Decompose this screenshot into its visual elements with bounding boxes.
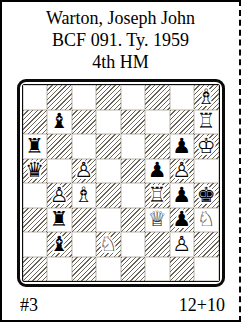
square-d5 — [96, 159, 121, 184]
white-king-h6: ♚♔ — [194, 134, 219, 159]
white-pawn-g2: ♟♙ — [170, 232, 195, 257]
piece-glyph: ♟ — [148, 160, 167, 181]
piece-glyph: ♝ — [50, 234, 69, 255]
square-f7 — [145, 110, 170, 135]
square-b7: ♝♝ — [47, 110, 72, 135]
square-g6: ♟♟ — [170, 134, 195, 159]
piece-glyph: ♘ — [197, 209, 216, 230]
square-h2 — [194, 232, 219, 257]
piece-glyph: ♙ — [50, 185, 69, 206]
white-pawn-c5: ♟♙ — [72, 159, 97, 184]
white-knight-h3: ♞♘ — [194, 208, 219, 233]
black-pawn-g4: ♟♟ — [170, 183, 195, 208]
problem-card: Warton, Joseph John BCF 091. Ty. 1959 4t… — [0, 0, 241, 322]
square-h7: ♜♖ — [194, 110, 219, 135]
square-f4: ♜♖ — [145, 183, 170, 208]
white-bishop-c4: ♝♗ — [72, 183, 97, 208]
square-c4: ♝♗ — [72, 183, 97, 208]
board-inner-border: ♝♗♝♝♜♖♜♜♟♟♚♔♛♛♟♙♟♟♟♙♟♙♝♗♜♖♟♟♚♚♜♜♛♕♟♟♞♘♝♝… — [22, 84, 220, 282]
board-frame: ♝♗♝♝♜♖♜♜♟♟♚♔♛♛♟♙♟♟♟♙♟♙♝♗♜♖♟♟♚♚♜♜♛♕♟♟♞♘♝♝… — [17, 79, 225, 287]
black-pawn-g6: ♟♟ — [170, 134, 195, 159]
piece-glyph: ♘ — [99, 234, 118, 255]
piece-glyph: ♖ — [148, 185, 167, 206]
square-f1 — [145, 257, 170, 282]
piece-glyph: ♙ — [172, 234, 191, 255]
square-d8 — [96, 85, 121, 110]
white-rook-f4: ♜♖ — [145, 183, 170, 208]
square-c3 — [72, 208, 97, 233]
piece-glyph: ♙ — [172, 160, 191, 181]
square-c8 — [72, 85, 97, 110]
board-area: ♝♗♝♝♜♖♜♜♟♟♚♔♛♛♟♙♟♟♟♙♟♙♝♗♜♖♟♟♚♚♜♜♛♕♟♟♞♘♝♝… — [2, 79, 239, 287]
square-f2 — [145, 232, 170, 257]
black-pawn-g3: ♟♟ — [170, 208, 195, 233]
square-a8 — [23, 85, 48, 110]
piece-glyph: ♟ — [172, 209, 191, 230]
square-f8 — [145, 85, 170, 110]
white-pawn-b4: ♟♙ — [47, 183, 72, 208]
square-h5 — [194, 159, 219, 184]
piece-glyph: ♜ — [50, 209, 69, 230]
source-line: BCF 091. Ty. 1959 — [2, 29, 239, 51]
square-c6 — [72, 134, 97, 159]
square-e6 — [121, 134, 146, 159]
white-knight-d2: ♞♘ — [96, 232, 121, 257]
stipulation-label: #3 — [20, 295, 38, 316]
square-c2 — [72, 232, 97, 257]
square-f5: ♟♟ — [145, 159, 170, 184]
square-g8 — [170, 85, 195, 110]
chess-board: ♝♗♝♝♜♖♜♜♟♟♚♔♛♛♟♙♟♟♟♙♟♙♝♗♜♖♟♟♚♚♜♜♛♕♟♟♞♘♝♝… — [23, 85, 219, 281]
square-h8: ♝♗ — [194, 85, 219, 110]
piece-glyph: ♟ — [172, 185, 191, 206]
square-b8 — [47, 85, 72, 110]
square-g7 — [170, 110, 195, 135]
piece-glyph: ♗ — [74, 185, 93, 206]
problem-footer: #3 12+10 — [2, 287, 239, 316]
square-b6 — [47, 134, 72, 159]
square-c7 — [72, 110, 97, 135]
square-e7 — [121, 110, 146, 135]
square-a1 — [23, 257, 48, 282]
problem-header: Warton, Joseph John BCF 091. Ty. 1959 4t… — [2, 2, 239, 73]
square-e2 — [121, 232, 146, 257]
square-h4: ♚♚ — [194, 183, 219, 208]
square-h1 — [194, 257, 219, 282]
square-g4: ♟♟ — [170, 183, 195, 208]
square-a5: ♛♛ — [23, 159, 48, 184]
piece-glyph: ♜ — [25, 136, 44, 157]
square-a6: ♜♜ — [23, 134, 48, 159]
material-count-label: 12+10 — [179, 295, 225, 316]
square-b5 — [47, 159, 72, 184]
square-e3 — [121, 208, 146, 233]
white-rook-h7: ♜♖ — [194, 110, 219, 135]
piece-glyph: ♚ — [197, 185, 216, 206]
black-rook-a6: ♜♜ — [23, 134, 48, 159]
piece-glyph: ♕ — [148, 209, 167, 230]
square-h6: ♚♔ — [194, 134, 219, 159]
square-a3 — [23, 208, 48, 233]
white-pawn-g5: ♟♙ — [170, 159, 195, 184]
square-b4: ♟♙ — [47, 183, 72, 208]
square-g2: ♟♙ — [170, 232, 195, 257]
piece-glyph: ♛ — [25, 160, 44, 181]
black-king-h4: ♚♚ — [194, 183, 219, 208]
square-d6 — [96, 134, 121, 159]
piece-glyph: ♙ — [74, 160, 93, 181]
square-d1 — [96, 257, 121, 282]
white-bishop-h8: ♝♗ — [194, 85, 219, 110]
square-f3: ♛♕ — [145, 208, 170, 233]
square-e4 — [121, 183, 146, 208]
white-queen-f3: ♛♕ — [145, 208, 170, 233]
square-d3 — [96, 208, 121, 233]
square-b3: ♜♜ — [47, 208, 72, 233]
piece-glyph: ♟ — [172, 136, 191, 157]
square-a4 — [23, 183, 48, 208]
square-g5: ♟♙ — [170, 159, 195, 184]
square-g3: ♟♟ — [170, 208, 195, 233]
piece-glyph: ♖ — [197, 111, 216, 132]
piece-glyph: ♔ — [197, 136, 216, 157]
square-d7 — [96, 110, 121, 135]
black-rook-b3: ♜♜ — [47, 208, 72, 233]
square-e5 — [121, 159, 146, 184]
square-e1 — [121, 257, 146, 282]
square-d4 — [96, 183, 121, 208]
square-c5: ♟♙ — [72, 159, 97, 184]
square-a2 — [23, 232, 48, 257]
square-a7 — [23, 110, 48, 135]
square-f6 — [145, 134, 170, 159]
square-g1 — [170, 257, 195, 282]
black-bishop-b7: ♝♝ — [47, 110, 72, 135]
square-e8 — [121, 85, 146, 110]
award-line: 4th HM — [2, 51, 239, 73]
square-b1 — [47, 257, 72, 282]
black-queen-a5: ♛♛ — [23, 159, 48, 184]
square-d2: ♞♘ — [96, 232, 121, 257]
piece-glyph: ♗ — [197, 87, 216, 108]
black-bishop-b2: ♝♝ — [47, 232, 72, 257]
black-pawn-f5: ♟♟ — [145, 159, 170, 184]
piece-glyph: ♝ — [50, 111, 69, 132]
square-c1 — [72, 257, 97, 282]
square-h3: ♞♘ — [194, 208, 219, 233]
author-line: Warton, Joseph John — [2, 7, 239, 29]
square-b2: ♝♝ — [47, 232, 72, 257]
